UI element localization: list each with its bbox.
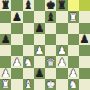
piece-black-rook[interactable]: ♜ (1, 0, 10, 10)
piece-black-king[interactable]: ♚ (46, 0, 55, 10)
square-d6[interactable]: ♟ (34, 23, 45, 34)
square-a5[interactable]: ♟ (0, 34, 11, 45)
square-d1[interactable] (34, 79, 45, 90)
square-h8[interactable] (79, 0, 90, 11)
piece-white-rook[interactable]: ♜ (68, 11, 77, 21)
square-f7[interactable] (56, 11, 67, 22)
square-d3[interactable] (34, 56, 45, 67)
piece-white-pawn[interactable]: ♟ (57, 56, 66, 66)
square-c3[interactable]: ♞ (23, 56, 34, 67)
square-e4[interactable] (45, 45, 56, 56)
piece-white-knight[interactable]: ♞ (68, 79, 77, 89)
square-c8[interactable]: ♝ (23, 0, 34, 11)
piece-white-king[interactable]: ♚ (46, 79, 55, 89)
piece-white-pawn[interactable]: ♟ (12, 56, 21, 66)
square-f8[interactable]: ♜ (56, 0, 67, 11)
square-e2[interactable] (45, 68, 56, 79)
square-c6[interactable] (23, 23, 34, 34)
piece-white-pawn[interactable]: ♟ (1, 68, 10, 78)
piece-black-bishop[interactable]: ♝ (23, 0, 32, 10)
piece-white-knight[interactable]: ♞ (23, 56, 32, 66)
square-c5[interactable] (23, 34, 34, 45)
square-b1[interactable] (11, 79, 22, 90)
square-c2[interactable] (23, 68, 34, 79)
square-b8[interactable] (11, 0, 22, 11)
square-e7[interactable]: ♝ (45, 11, 56, 22)
square-h3[interactable] (79, 56, 90, 67)
square-f4[interactable]: ♟ (56, 45, 67, 56)
square-b6[interactable] (11, 23, 22, 34)
square-d8[interactable] (34, 0, 45, 11)
square-a6[interactable] (0, 23, 11, 34)
square-d7[interactable] (34, 11, 45, 22)
piece-black-pawn[interactable]: ♟ (35, 23, 44, 33)
square-a4[interactable] (0, 45, 11, 56)
square-d2[interactable]: ♟ (34, 68, 45, 79)
square-e5[interactable] (45, 34, 56, 45)
square-a2[interactable]: ♟ (0, 68, 11, 79)
square-g4[interactable] (68, 45, 79, 56)
square-a1[interactable]: ♜ (0, 79, 11, 90)
square-b4[interactable] (11, 45, 22, 56)
square-f5[interactable] (56, 34, 67, 45)
square-b5[interactable] (11, 34, 22, 45)
square-h6[interactable] (79, 23, 90, 34)
square-d5[interactable] (34, 34, 45, 45)
square-g7[interactable]: ♜ (68, 11, 79, 22)
square-b7[interactable]: ♟ (11, 11, 22, 22)
square-g6[interactable] (68, 23, 79, 34)
piece-black-pawn[interactable]: ♟ (1, 34, 10, 44)
square-h2[interactable] (79, 68, 90, 79)
square-h7[interactable] (79, 11, 90, 22)
piece-black-bishop[interactable]: ♝ (46, 11, 55, 21)
piece-white-rook[interactable]: ♜ (1, 79, 10, 89)
square-g1[interactable]: ♞ (68, 79, 79, 90)
square-c1[interactable]: ♝ (23, 79, 34, 90)
piece-black-rook[interactable]: ♜ (57, 0, 66, 10)
square-f3[interactable]: ♟ (56, 56, 67, 67)
square-e8[interactable]: ♚ (45, 0, 56, 11)
piece-white-bishop[interactable]: ♝ (23, 79, 32, 89)
square-f6[interactable] (56, 23, 67, 34)
square-g3[interactable] (68, 56, 79, 67)
piece-white-pawn[interactable]: ♟ (68, 68, 77, 78)
square-g5[interactable] (68, 34, 79, 45)
square-c7[interactable] (23, 11, 34, 22)
square-h5[interactable]: ♟ (79, 34, 90, 45)
square-h1[interactable] (79, 79, 90, 90)
square-a3[interactable] (0, 56, 11, 67)
square-c4[interactable] (23, 45, 34, 56)
square-e1[interactable]: ♚ (45, 79, 56, 90)
piece-black-pawn[interactable]: ♟ (12, 11, 21, 21)
piece-white-pawn[interactable]: ♟ (57, 45, 66, 55)
square-g2[interactable]: ♟ (68, 68, 79, 79)
square-d4[interactable]: ♟ (34, 45, 45, 56)
square-a8[interactable]: ♜ (0, 0, 11, 11)
square-g8[interactable] (68, 0, 79, 11)
piece-black-pawn[interactable]: ♟ (80, 34, 89, 44)
piece-black-pawn[interactable]: ♟ (35, 68, 44, 78)
square-e6[interactable] (45, 23, 56, 34)
square-e3[interactable]: ♛ (45, 56, 56, 67)
piece-white-queen[interactable]: ♛ (46, 56, 55, 66)
square-f1[interactable] (56, 79, 67, 90)
chess-board: ♜♝♚♜♟♝♜♟♟♟♟♟♟♞♛♟♟♟♟♜♝♚♞ (0, 0, 90, 90)
square-f2[interactable] (56, 68, 67, 79)
square-b2[interactable] (11, 68, 22, 79)
square-b3[interactable]: ♟ (11, 56, 22, 67)
piece-white-pawn[interactable]: ♟ (35, 45, 44, 55)
square-h4[interactable] (79, 45, 90, 56)
square-a7[interactable] (0, 11, 11, 22)
